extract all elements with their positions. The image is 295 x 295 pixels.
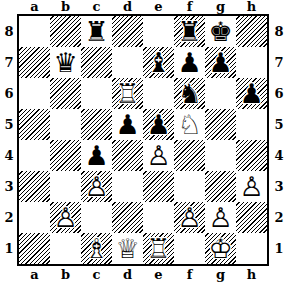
file-label-top-c: c bbox=[81, 0, 112, 14]
square-b6[interactable] bbox=[50, 78, 81, 109]
white-king[interactable]: ♚♔ bbox=[205, 233, 236, 264]
rank-label-right-6: 6 bbox=[271, 78, 287, 109]
square-d7[interactable] bbox=[112, 47, 143, 78]
square-c2[interactable] bbox=[81, 202, 112, 233]
file-label-bottom-g: g bbox=[205, 268, 236, 282]
piece-glyph: ♗ bbox=[81, 233, 112, 264]
file-label-top-d: d bbox=[112, 0, 143, 14]
chess-board: ♜♜♜♜♚♚♛♛♝♝♟♟♟♟♜♖♞♞♟♟♟♟♟♟♞♘♟♟♟♙♟♙♟♙♟♙♟♙♟♙… bbox=[19, 16, 267, 264]
piece-glyph: ♙ bbox=[143, 140, 174, 171]
square-b4[interactable] bbox=[50, 140, 81, 171]
piece-glyph: ♚ bbox=[205, 16, 236, 47]
square-d1[interactable]: ♛♕ bbox=[112, 233, 143, 264]
rank-label-right-4: 4 bbox=[271, 140, 287, 171]
white-pawn[interactable]: ♟♙ bbox=[50, 202, 81, 233]
square-h6[interactable]: ♟♟ bbox=[236, 78, 267, 109]
piece-glyph: ♜ bbox=[174, 16, 205, 47]
square-b7[interactable]: ♛♛ bbox=[50, 47, 81, 78]
square-b5[interactable] bbox=[50, 109, 81, 140]
piece-glyph: ♞ bbox=[174, 78, 205, 109]
piece-glyph: ♜ bbox=[81, 16, 112, 47]
square-c4[interactable]: ♟♟ bbox=[81, 140, 112, 171]
square-a3[interactable] bbox=[19, 171, 50, 202]
white-queen[interactable]: ♛♕ bbox=[112, 233, 143, 264]
white-bishop[interactable]: ♝♗ bbox=[81, 233, 112, 264]
file-label-top-f: f bbox=[174, 0, 205, 14]
white-pawn[interactable]: ♟♙ bbox=[143, 140, 174, 171]
square-f4[interactable] bbox=[174, 140, 205, 171]
square-b3[interactable] bbox=[50, 171, 81, 202]
square-d5[interactable]: ♟♟ bbox=[112, 109, 143, 140]
square-e8[interactable] bbox=[143, 16, 174, 47]
file-label-bottom-c: c bbox=[81, 268, 112, 282]
square-f8[interactable]: ♜♜ bbox=[174, 16, 205, 47]
square-a6[interactable] bbox=[19, 78, 50, 109]
piece-glyph: ♙ bbox=[81, 171, 112, 202]
rank-label-left-7: 7 bbox=[1, 47, 17, 78]
file-label-bottom-d: d bbox=[112, 268, 143, 282]
square-h5[interactable] bbox=[236, 109, 267, 140]
black-pawn[interactable]: ♟♟ bbox=[236, 78, 267, 109]
square-f7[interactable]: ♟♟ bbox=[174, 47, 205, 78]
black-pawn[interactable]: ♟♟ bbox=[174, 47, 205, 78]
black-rook[interactable]: ♜♜ bbox=[174, 16, 205, 47]
square-c6[interactable] bbox=[81, 78, 112, 109]
file-label-bottom-a: a bbox=[19, 268, 50, 282]
square-b2[interactable]: ♟♙ bbox=[50, 202, 81, 233]
piece-glyph: ♖ bbox=[112, 78, 143, 109]
piece-glyph: ♙ bbox=[236, 171, 267, 202]
square-e6[interactable] bbox=[143, 78, 174, 109]
file-label-bottom-f: f bbox=[174, 268, 205, 282]
square-a5[interactable] bbox=[19, 109, 50, 140]
rank-label-left-2: 2 bbox=[1, 202, 17, 233]
white-rook[interactable]: ♜♖ bbox=[112, 78, 143, 109]
square-g1[interactable]: ♚♔ bbox=[205, 233, 236, 264]
black-knight[interactable]: ♞♞ bbox=[174, 78, 205, 109]
rank-label-right-3: 3 bbox=[271, 171, 287, 202]
square-f1[interactable] bbox=[174, 233, 205, 264]
square-h3[interactable]: ♟♙ bbox=[236, 171, 267, 202]
square-c7[interactable] bbox=[81, 47, 112, 78]
piece-glyph: ♟ bbox=[143, 109, 174, 140]
black-queen[interactable]: ♛♛ bbox=[50, 47, 81, 78]
square-c5[interactable] bbox=[81, 109, 112, 140]
rank-label-left-4: 4 bbox=[1, 140, 17, 171]
square-h7[interactable] bbox=[236, 47, 267, 78]
square-f5[interactable]: ♞♘ bbox=[174, 109, 205, 140]
piece-glyph: ♕ bbox=[112, 233, 143, 264]
square-a8[interactable] bbox=[19, 16, 50, 47]
square-h2[interactable] bbox=[236, 202, 267, 233]
piece-glyph: ♙ bbox=[174, 202, 205, 233]
square-a2[interactable] bbox=[19, 202, 50, 233]
file-label-top-g: g bbox=[205, 0, 236, 14]
piece-glyph: ♙ bbox=[205, 202, 236, 233]
piece-glyph: ♟ bbox=[174, 47, 205, 78]
square-c1[interactable]: ♝♗ bbox=[81, 233, 112, 264]
square-d6[interactable]: ♜♖ bbox=[112, 78, 143, 109]
piece-glyph: ♟ bbox=[81, 140, 112, 171]
square-c3[interactable]: ♟♙ bbox=[81, 171, 112, 202]
square-g4[interactable] bbox=[205, 140, 236, 171]
white-rook[interactable]: ♜♖ bbox=[143, 233, 174, 264]
square-g5[interactable] bbox=[205, 109, 236, 140]
square-b8[interactable] bbox=[50, 16, 81, 47]
file-label-bottom-h: h bbox=[236, 268, 267, 282]
rank-label-left-6: 6 bbox=[1, 78, 17, 109]
square-b1[interactable] bbox=[50, 233, 81, 264]
black-king[interactable]: ♚♚ bbox=[205, 16, 236, 47]
piece-glyph: ♟ bbox=[236, 78, 267, 109]
square-d2[interactable] bbox=[112, 202, 143, 233]
square-e5[interactable]: ♟♟ bbox=[143, 109, 174, 140]
white-pawn[interactable]: ♟♙ bbox=[81, 171, 112, 202]
square-h8[interactable] bbox=[236, 16, 267, 47]
piece-glyph: ♔ bbox=[205, 233, 236, 264]
square-g2[interactable]: ♟♙ bbox=[205, 202, 236, 233]
piece-glyph: ♘ bbox=[174, 109, 205, 140]
piece-glyph: ♖ bbox=[143, 233, 174, 264]
file-label-bottom-e: e bbox=[143, 268, 174, 282]
square-d3[interactable] bbox=[112, 171, 143, 202]
square-e7[interactable]: ♝♝ bbox=[143, 47, 174, 78]
square-d8[interactable] bbox=[112, 16, 143, 47]
square-h1[interactable] bbox=[236, 233, 267, 264]
file-label-top-b: b bbox=[50, 0, 81, 14]
square-g8[interactable]: ♚♚ bbox=[205, 16, 236, 47]
board-frame: ♜♜♜♜♚♚♛♛♝♝♟♟♟♟♜♖♞♞♟♟♟♟♟♟♞♘♟♟♟♙♟♙♟♙♟♙♟♙♟♙… bbox=[17, 14, 269, 266]
square-e1[interactable]: ♜♖ bbox=[143, 233, 174, 264]
piece-glyph: ♛ bbox=[50, 47, 81, 78]
rank-label-left-3: 3 bbox=[1, 171, 17, 202]
black-pawn[interactable]: ♟♟ bbox=[143, 109, 174, 140]
file-label-top-h: h bbox=[236, 0, 267, 14]
white-pawn[interactable]: ♟♙ bbox=[205, 202, 236, 233]
rank-label-right-1: 1 bbox=[271, 233, 287, 264]
black-pawn[interactable]: ♟♟ bbox=[81, 140, 112, 171]
square-a1[interactable] bbox=[19, 233, 50, 264]
file-label-bottom-b: b bbox=[50, 268, 81, 282]
piece-glyph: ♟ bbox=[205, 47, 236, 78]
chess-diagram: abcdefgh abcdefgh 87654321 87654321 ♜♜♜♜… bbox=[0, 0, 295, 295]
square-e2[interactable] bbox=[143, 202, 174, 233]
rank-label-right-7: 7 bbox=[271, 47, 287, 78]
square-a4[interactable] bbox=[19, 140, 50, 171]
file-label-top-a: a bbox=[19, 0, 50, 14]
square-g3[interactable] bbox=[205, 171, 236, 202]
square-c8[interactable]: ♜♜ bbox=[81, 16, 112, 47]
rank-label-left-5: 5 bbox=[1, 109, 17, 140]
rank-label-left-8: 8 bbox=[1, 16, 17, 47]
square-e3[interactable] bbox=[143, 171, 174, 202]
file-label-top-e: e bbox=[143, 0, 174, 14]
square-e4[interactable]: ♟♙ bbox=[143, 140, 174, 171]
square-f3[interactable] bbox=[174, 171, 205, 202]
white-knight[interactable]: ♞♘ bbox=[174, 109, 205, 140]
square-a7[interactable] bbox=[19, 47, 50, 78]
square-f2[interactable]: ♟♙ bbox=[174, 202, 205, 233]
square-h4[interactable] bbox=[236, 140, 267, 171]
white-pawn[interactable]: ♟♙ bbox=[174, 202, 205, 233]
rank-label-left-1: 1 bbox=[1, 233, 17, 264]
black-bishop[interactable]: ♝♝ bbox=[143, 47, 174, 78]
black-rook[interactable]: ♜♜ bbox=[81, 16, 112, 47]
rank-label-right-2: 2 bbox=[271, 202, 287, 233]
rank-label-right-5: 5 bbox=[271, 109, 287, 140]
piece-glyph: ♙ bbox=[50, 202, 81, 233]
black-pawn[interactable]: ♟♟ bbox=[112, 109, 143, 140]
white-pawn[interactable]: ♟♙ bbox=[236, 171, 267, 202]
rank-label-right-8: 8 bbox=[271, 16, 287, 47]
square-g7[interactable]: ♟♟ bbox=[205, 47, 236, 78]
black-pawn[interactable]: ♟♟ bbox=[205, 47, 236, 78]
square-f6[interactable]: ♞♞ bbox=[174, 78, 205, 109]
square-d4[interactable] bbox=[112, 140, 143, 171]
piece-glyph: ♟ bbox=[112, 109, 143, 140]
piece-glyph: ♝ bbox=[143, 47, 174, 78]
square-g6[interactable] bbox=[205, 78, 236, 109]
